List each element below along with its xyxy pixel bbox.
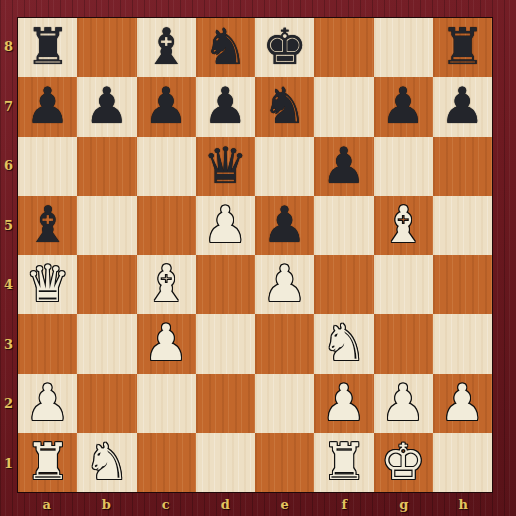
square-e4[interactable]: ♟ [255,255,314,314]
square-g4[interactable] [374,255,433,314]
square-h3[interactable] [433,314,492,373]
square-h7[interactable]: ♟ [433,77,492,136]
rank-label-7: 7 [0,77,17,137]
rank-label-3: 3 [0,315,17,375]
square-h4[interactable] [433,255,492,314]
white-rook-a1[interactable]: ♜ [25,433,70,492]
white-knight-f3[interactable]: ♞ [321,314,366,373]
file-label-b: b [77,493,137,516]
rank-label-1: 1 [0,434,17,494]
square-g7[interactable]: ♟ [374,77,433,136]
square-h5[interactable] [433,196,492,255]
file-label-a: a [17,493,77,516]
rank-label-8: 8 [0,17,17,77]
white-bishop-c4[interactable]: ♝ [144,255,189,314]
square-e1[interactable] [255,433,314,492]
square-a5[interactable]: ♝ [18,196,77,255]
square-g2[interactable]: ♟ [374,374,433,433]
square-e2[interactable] [255,374,314,433]
square-d2[interactable] [196,374,255,433]
square-h8[interactable]: ♜ [433,18,492,77]
white-knight-b1[interactable]: ♞ [84,433,129,492]
square-d1[interactable] [196,433,255,492]
white-queen-a4[interactable]: ♛ [25,255,70,314]
square-g1[interactable]: ♚ [374,433,433,492]
square-c6[interactable] [137,137,196,196]
file-label-d: d [196,493,256,516]
square-e6[interactable] [255,137,314,196]
square-g3[interactable] [374,314,433,373]
board: ♜♝♞♚♜♟♟♟♟♞♟♟♛♟♝♟♟♝♛♝♟♟♞♟♟♟♟♜♞♜♚ [17,17,493,493]
black-rook-a8[interactable]: ♜ [25,18,70,77]
file-label-f: f [315,493,375,516]
square-a6[interactable] [18,137,77,196]
white-king-g1[interactable]: ♚ [381,433,426,492]
rank-label-5: 5 [0,196,17,256]
square-h6[interactable] [433,137,492,196]
square-b1[interactable]: ♞ [77,433,136,492]
white-pawn-c3[interactable]: ♟ [144,314,189,373]
square-a4[interactable]: ♛ [18,255,77,314]
square-b3[interactable] [77,314,136,373]
black-pawn-e5[interactable]: ♟ [262,196,307,255]
square-c3[interactable]: ♟ [137,314,196,373]
square-c5[interactable] [137,196,196,255]
rank-label-6: 6 [0,136,17,196]
square-e5[interactable]: ♟ [255,196,314,255]
square-d6[interactable]: ♛ [196,137,255,196]
white-pawn-f2[interactable]: ♟ [321,374,366,433]
square-b4[interactable] [77,255,136,314]
square-d7[interactable]: ♟ [196,77,255,136]
black-king-e8[interactable]: ♚ [262,18,307,77]
square-d5[interactable]: ♟ [196,196,255,255]
square-b8[interactable] [77,18,136,77]
square-e3[interactable] [255,314,314,373]
black-queen-d6[interactable]: ♛ [203,137,248,196]
square-b5[interactable] [77,196,136,255]
file-label-h: h [434,493,494,516]
square-g8[interactable] [374,18,433,77]
square-h2[interactable]: ♟ [433,374,492,433]
square-e8[interactable]: ♚ [255,18,314,77]
square-f1[interactable]: ♜ [314,433,373,492]
square-d8[interactable]: ♞ [196,18,255,77]
black-knight-e7[interactable]: ♞ [262,77,307,136]
square-c1[interactable] [137,433,196,492]
board-frame: 87654321 abcdefgh ♜♝♞♚♜♟♟♟♟♞♟♟♛♟♝♟♟♝♛♝♟♟… [0,0,516,516]
file-label-e: e [255,493,315,516]
square-b7[interactable]: ♟ [77,77,136,136]
rank-label-4: 4 [0,255,17,315]
black-rook-h8[interactable]: ♜ [440,18,485,77]
square-c7[interactable]: ♟ [137,77,196,136]
square-a8[interactable]: ♜ [18,18,77,77]
file-label-c: c [136,493,196,516]
black-knight-d8[interactable]: ♞ [203,18,248,77]
square-f4[interactable] [314,255,373,314]
square-h1[interactable] [433,433,492,492]
square-a1[interactable]: ♜ [18,433,77,492]
black-bishop-c8[interactable]: ♝ [144,18,189,77]
square-f5[interactable] [314,196,373,255]
square-c4[interactable]: ♝ [137,255,196,314]
black-pawn-b7[interactable]: ♟ [84,77,129,136]
square-a3[interactable] [18,314,77,373]
square-g5[interactable]: ♝ [374,196,433,255]
file-label-g: g [374,493,434,516]
square-d3[interactable] [196,314,255,373]
square-b6[interactable] [77,137,136,196]
black-pawn-a7[interactable]: ♟ [25,77,70,136]
square-g6[interactable] [374,137,433,196]
white-pawn-g2[interactable]: ♟ [381,374,426,433]
white-pawn-h2[interactable]: ♟ [440,374,485,433]
square-e7[interactable]: ♞ [255,77,314,136]
white-pawn-a2[interactable]: ♟ [25,374,70,433]
square-c8[interactable]: ♝ [137,18,196,77]
white-pawn-e4[interactable]: ♟ [262,255,307,314]
white-rook-f1[interactable]: ♜ [321,433,366,492]
square-f8[interactable] [314,18,373,77]
square-f7[interactable] [314,77,373,136]
square-c2[interactable] [137,374,196,433]
white-pawn-d5[interactable]: ♟ [203,196,248,255]
black-pawn-h7[interactable]: ♟ [440,77,485,136]
white-bishop-g5[interactable]: ♝ [381,196,426,255]
square-a2[interactable]: ♟ [18,374,77,433]
black-pawn-d7[interactable]: ♟ [203,77,248,136]
black-pawn-c7[interactable]: ♟ [144,77,189,136]
black-pawn-g7[interactable]: ♟ [381,77,426,136]
rank-label-2: 2 [0,374,17,434]
black-pawn-f6[interactable]: ♟ [321,137,366,196]
rank-labels: 87654321 [0,17,17,493]
square-f3[interactable]: ♞ [314,314,373,373]
file-labels: abcdefgh [17,493,493,516]
square-d4[interactable] [196,255,255,314]
square-f6[interactable]: ♟ [314,137,373,196]
square-b2[interactable] [77,374,136,433]
square-a7[interactable]: ♟ [18,77,77,136]
square-f2[interactable]: ♟ [314,374,373,433]
black-bishop-a5[interactable]: ♝ [25,196,70,255]
